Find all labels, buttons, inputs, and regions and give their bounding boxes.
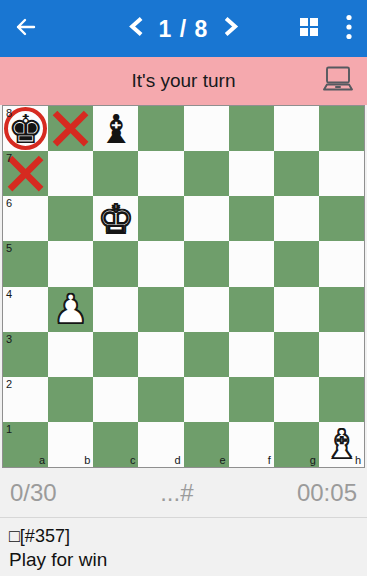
piece-black-bishop[interactable]: ♝ bbox=[98, 109, 134, 149]
square-f5[interactable] bbox=[229, 241, 274, 286]
timer: 00:05 bbox=[297, 479, 357, 507]
turn-banner-text: It's your turn bbox=[132, 70, 236, 92]
rank-label-3: 3 bbox=[6, 334, 12, 345]
square-f4[interactable] bbox=[229, 287, 274, 332]
app-bar-actions bbox=[299, 14, 367, 44]
rank-label-7: 7 bbox=[6, 153, 12, 164]
square-f3[interactable] bbox=[229, 332, 274, 377]
square-d8[interactable] bbox=[138, 106, 183, 151]
square-d5[interactable] bbox=[138, 241, 183, 286]
chevron-left-icon bbox=[127, 16, 144, 42]
square-e5[interactable] bbox=[184, 241, 229, 286]
puzzle-pager: 1 / 8 bbox=[127, 15, 241, 42]
status-bar: 0/30 ...# 00:05 bbox=[0, 468, 367, 518]
piece-black-king[interactable]: ♚ bbox=[8, 109, 44, 149]
square-c2[interactable] bbox=[93, 377, 138, 422]
app-bar: 1 / 8 bbox=[0, 0, 367, 57]
square-d6[interactable] bbox=[138, 196, 183, 241]
grid-icon bbox=[299, 17, 319, 41]
square-e6[interactable] bbox=[184, 196, 229, 241]
square-c6[interactable]: ♚ bbox=[93, 196, 138, 241]
square-h7[interactable] bbox=[319, 151, 364, 196]
square-d3[interactable] bbox=[138, 332, 183, 377]
square-h1[interactable]: h♝ bbox=[319, 422, 364, 467]
square-f8[interactable] bbox=[229, 106, 274, 151]
square-b8[interactable] bbox=[48, 106, 93, 151]
file-label-b: b bbox=[84, 455, 90, 466]
board-area: 8♚♝76♚54♟321abcdefgh♝ bbox=[0, 105, 367, 468]
puzzle-goal-text: Play for win bbox=[9, 548, 358, 572]
square-b1[interactable]: b bbox=[48, 422, 93, 467]
square-a2[interactable]: 2 bbox=[3, 377, 48, 422]
overflow-menu-button[interactable] bbox=[346, 14, 352, 44]
square-e8[interactable] bbox=[184, 106, 229, 151]
square-g2[interactable] bbox=[274, 377, 319, 422]
mate-goal: ...# bbox=[160, 479, 193, 507]
file-label-c: c bbox=[130, 455, 136, 466]
square-c7[interactable] bbox=[93, 151, 138, 196]
square-e1[interactable]: e bbox=[184, 422, 229, 467]
square-f1[interactable]: f bbox=[229, 422, 274, 467]
puzzle-number: □[#357] bbox=[9, 525, 358, 548]
puzzle-counter: 1 / 8 bbox=[159, 15, 209, 42]
rank-label-4: 4 bbox=[6, 289, 12, 300]
square-b6[interactable] bbox=[48, 196, 93, 241]
square-h6[interactable] bbox=[319, 196, 364, 241]
file-label-e: e bbox=[220, 455, 226, 466]
puzzle-list-button[interactable] bbox=[299, 17, 319, 41]
square-g6[interactable] bbox=[274, 196, 319, 241]
engine-button[interactable] bbox=[322, 66, 354, 97]
red-cross-annotation bbox=[48, 106, 93, 151]
square-h4[interactable] bbox=[319, 287, 364, 332]
file-label-h: h bbox=[355, 455, 361, 466]
square-g8[interactable] bbox=[274, 106, 319, 151]
square-f7[interactable] bbox=[229, 151, 274, 196]
turn-banner: It's your turn bbox=[0, 57, 367, 105]
square-d7[interactable] bbox=[138, 151, 183, 196]
laptop-icon bbox=[322, 66, 354, 97]
square-a8[interactable]: 8♚ bbox=[3, 106, 48, 151]
square-b2[interactable] bbox=[48, 377, 93, 422]
square-c1[interactable]: c bbox=[93, 422, 138, 467]
rank-label-1: 1 bbox=[6, 424, 12, 435]
rank-label-2: 2 bbox=[6, 379, 12, 390]
file-label-d: d bbox=[174, 455, 180, 466]
square-e7[interactable] bbox=[184, 151, 229, 196]
square-d4[interactable] bbox=[138, 287, 183, 332]
square-a5[interactable]: 5 bbox=[3, 241, 48, 286]
square-g7[interactable] bbox=[274, 151, 319, 196]
piece-white-king[interactable]: ♚ bbox=[98, 199, 134, 239]
square-g4[interactable] bbox=[274, 287, 319, 332]
square-f2[interactable] bbox=[229, 377, 274, 422]
chess-app-window: 1 / 8 bbox=[0, 0, 367, 576]
square-h8[interactable] bbox=[319, 106, 364, 151]
arrow-left-icon bbox=[13, 15, 37, 43]
square-a6[interactable]: 6 bbox=[3, 196, 48, 241]
square-d1[interactable]: d bbox=[138, 422, 183, 467]
rank-label-8: 8 bbox=[6, 108, 12, 119]
square-c4[interactable] bbox=[93, 287, 138, 332]
square-b4[interactable]: ♟ bbox=[48, 287, 93, 332]
square-g5[interactable] bbox=[274, 241, 319, 286]
square-a1[interactable]: 1a bbox=[3, 422, 48, 467]
puzzle-caption: □[#357] Play for win bbox=[0, 518, 367, 572]
file-label-a: a bbox=[39, 455, 45, 466]
square-a4[interactable]: 4 bbox=[3, 287, 48, 332]
square-h3[interactable] bbox=[319, 332, 364, 377]
rank-label-5: 5 bbox=[6, 243, 12, 254]
square-c8[interactable]: ♝ bbox=[93, 106, 138, 151]
square-b7[interactable] bbox=[48, 151, 93, 196]
file-label-f: f bbox=[268, 455, 271, 466]
square-e3[interactable] bbox=[184, 332, 229, 377]
kebab-menu-icon bbox=[346, 14, 352, 44]
piece-white-pawn[interactable]: ♟ bbox=[53, 289, 89, 329]
square-e4[interactable] bbox=[184, 287, 229, 332]
square-c5[interactable] bbox=[93, 241, 138, 286]
square-e2[interactable] bbox=[184, 377, 229, 422]
rank-label-6: 6 bbox=[6, 198, 12, 209]
square-d2[interactable] bbox=[138, 377, 183, 422]
square-b3[interactable] bbox=[48, 332, 93, 377]
square-b5[interactable] bbox=[48, 241, 93, 286]
square-f6[interactable] bbox=[229, 196, 274, 241]
square-h2[interactable] bbox=[319, 377, 364, 422]
square-h5[interactable] bbox=[319, 241, 364, 286]
back-button[interactable] bbox=[13, 15, 37, 43]
chess-board: 8♚♝76♚54♟321abcdefgh♝ bbox=[2, 105, 365, 468]
square-g3[interactable] bbox=[274, 332, 319, 377]
square-c3[interactable] bbox=[93, 332, 138, 377]
prev-puzzle-button[interactable] bbox=[127, 16, 144, 42]
next-puzzle-button[interactable] bbox=[223, 16, 240, 42]
score-counter: 0/30 bbox=[10, 479, 57, 507]
square-a3[interactable]: 3 bbox=[3, 332, 48, 377]
square-a7[interactable]: 7 bbox=[3, 151, 48, 196]
square-g1[interactable]: g bbox=[274, 422, 319, 467]
chevron-right-icon bbox=[223, 16, 240, 42]
file-label-g: g bbox=[310, 455, 316, 466]
